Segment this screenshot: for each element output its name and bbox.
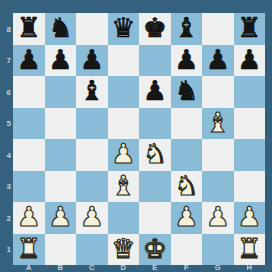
rank-label-4: 4	[0, 151, 11, 160]
piece-black-knight[interactable]: ♞	[48, 12, 72, 44]
file-label-g: G	[202, 263, 234, 272]
square-d5[interactable]	[108, 108, 140, 140]
square-a2[interactable]: ♟	[13, 202, 45, 234]
square-h6[interactable]	[234, 76, 266, 108]
square-d2[interactable]	[108, 202, 140, 234]
file-label-d: D	[108, 263, 140, 272]
square-f5[interactable]	[171, 108, 203, 140]
piece-black-rook[interactable]: ♜	[237, 12, 261, 44]
piece-black-pawn[interactable]: ♟	[174, 44, 198, 76]
piece-white-bishop[interactable]: ♝	[206, 107, 230, 139]
square-g1[interactable]	[202, 234, 234, 266]
square-h8[interactable]: ♜	[234, 13, 266, 45]
square-g4[interactable]	[202, 139, 234, 171]
square-a1[interactable]: ♜	[13, 234, 45, 266]
rank-labels: 87654321	[0, 13, 13, 265]
square-b7[interactable]: ♟	[45, 45, 77, 77]
piece-black-bishop[interactable]: ♝	[174, 12, 198, 44]
square-a7[interactable]: ♟	[13, 45, 45, 77]
square-c7[interactable]: ♟	[76, 45, 108, 77]
piece-white-pawn[interactable]: ♟	[17, 201, 41, 233]
square-h1[interactable]: ♜	[234, 234, 266, 266]
piece-white-pawn[interactable]: ♟	[174, 201, 198, 233]
square-c8[interactable]	[76, 13, 108, 45]
file-label-h: H	[234, 263, 266, 272]
square-a4[interactable]	[13, 139, 45, 171]
square-b6[interactable]	[45, 76, 77, 108]
file-label-a: A	[13, 263, 45, 272]
rank-label-1: 1	[0, 245, 11, 254]
piece-white-queen[interactable]: ♛	[111, 233, 135, 265]
square-f1[interactable]	[171, 234, 203, 266]
chess-board-window: 87654321 ♜♞♛♚♝♜♟♟♟♟♟♟♝♟♞♝♟♞♝♞♟♟♟♟♟♟♜♛♚♜ …	[0, 0, 272, 272]
square-c1[interactable]	[76, 234, 108, 266]
square-g2[interactable]: ♟	[202, 202, 234, 234]
file-label-c: C	[76, 263, 108, 272]
square-f6[interactable]: ♞	[171, 76, 203, 108]
square-b1[interactable]	[45, 234, 77, 266]
piece-black-queen[interactable]: ♛	[111, 12, 135, 44]
square-e8[interactable]: ♚	[139, 13, 171, 45]
square-e2[interactable]	[139, 202, 171, 234]
piece-black-pawn[interactable]: ♟	[237, 44, 261, 76]
piece-black-pawn[interactable]: ♟	[48, 44, 72, 76]
square-f2[interactable]: ♟	[171, 202, 203, 234]
square-d6[interactable]	[108, 76, 140, 108]
square-h7[interactable]: ♟	[234, 45, 266, 77]
piece-black-bishop[interactable]: ♝	[80, 75, 104, 107]
square-b3[interactable]	[45, 171, 77, 203]
square-c6[interactable]: ♝	[76, 76, 108, 108]
square-e6[interactable]: ♟	[139, 76, 171, 108]
square-d4[interactable]: ♟	[108, 139, 140, 171]
square-h2[interactable]: ♟	[234, 202, 266, 234]
square-a8[interactable]: ♜	[13, 13, 45, 45]
piece-black-pawn[interactable]: ♟	[17, 44, 41, 76]
square-g3[interactable]	[202, 171, 234, 203]
rank-label-6: 6	[0, 88, 11, 97]
square-d8[interactable]: ♛	[108, 13, 140, 45]
piece-black-king[interactable]: ♚	[143, 12, 167, 44]
square-e1[interactable]: ♚	[139, 234, 171, 266]
piece-white-rook[interactable]: ♜	[237, 233, 261, 265]
square-g7[interactable]: ♟	[202, 45, 234, 77]
square-f7[interactable]: ♟	[171, 45, 203, 77]
square-d7[interactable]	[108, 45, 140, 77]
rank-label-2: 2	[0, 214, 11, 223]
square-d3[interactable]: ♝	[108, 171, 140, 203]
square-h5[interactable]	[234, 108, 266, 140]
square-h4[interactable]	[234, 139, 266, 171]
square-e7[interactable]	[139, 45, 171, 77]
square-e4[interactable]: ♞	[139, 139, 171, 171]
square-f3[interactable]: ♞	[171, 171, 203, 203]
piece-white-bishop[interactable]: ♝	[111, 170, 135, 202]
rank-label-5: 5	[0, 119, 11, 128]
piece-white-pawn[interactable]: ♟	[206, 201, 230, 233]
piece-black-pawn[interactable]: ♟	[143, 75, 167, 107]
square-a3[interactable]	[13, 171, 45, 203]
file-label-b: B	[45, 263, 77, 272]
file-label-e: E	[139, 263, 171, 272]
rank-label-8: 8	[0, 25, 11, 34]
piece-white-pawn[interactable]: ♟	[80, 201, 104, 233]
square-c4[interactable]	[76, 139, 108, 171]
square-e3[interactable]	[139, 171, 171, 203]
square-c5[interactable]	[76, 108, 108, 140]
square-g8[interactable]	[202, 13, 234, 45]
piece-white-rook[interactable]: ♜	[17, 233, 41, 265]
rank-label-3: 3	[0, 182, 11, 191]
piece-black-pawn[interactable]: ♟	[80, 44, 104, 76]
square-g5[interactable]: ♝	[202, 108, 234, 140]
file-label-f: F	[171, 263, 203, 272]
square-b5[interactable]	[45, 108, 77, 140]
square-c2[interactable]: ♟	[76, 202, 108, 234]
square-b2[interactable]: ♟	[45, 202, 77, 234]
piece-white-knight[interactable]: ♞	[143, 138, 167, 170]
square-c3[interactable]	[76, 171, 108, 203]
square-f4[interactable]	[171, 139, 203, 171]
square-b4[interactable]	[45, 139, 77, 171]
square-f8[interactable]: ♝	[171, 13, 203, 45]
file-labels: ABCDEFGH	[13, 264, 265, 272]
square-b8[interactable]: ♞	[45, 13, 77, 45]
piece-black-knight[interactable]: ♞	[174, 75, 198, 107]
square-g6[interactable]	[202, 76, 234, 108]
square-a5[interactable]	[13, 108, 45, 140]
square-d1[interactable]: ♛	[108, 234, 140, 266]
piece-white-king[interactable]: ♚	[143, 233, 167, 265]
piece-black-rook[interactable]: ♜	[17, 12, 41, 44]
piece-white-knight[interactable]: ♞	[174, 170, 198, 202]
piece-black-pawn[interactable]: ♟	[206, 44, 230, 76]
square-a6[interactable]	[13, 76, 45, 108]
chess-board: ♜♞♛♚♝♜♟♟♟♟♟♟♝♟♞♝♟♞♝♞♟♟♟♟♟♟♜♛♚♜	[13, 13, 265, 265]
piece-white-pawn[interactable]: ♟	[237, 201, 261, 233]
piece-white-pawn[interactable]: ♟	[111, 138, 135, 170]
piece-white-pawn[interactable]: ♟	[48, 201, 72, 233]
rank-label-7: 7	[0, 56, 11, 65]
square-e5[interactable]	[139, 108, 171, 140]
square-h3[interactable]	[234, 171, 266, 203]
